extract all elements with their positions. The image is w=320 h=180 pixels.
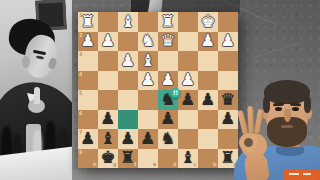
black-pawn-e7[interactable]: ♟ [138, 129, 158, 149]
white-pawn-c4[interactable]: ♟ [178, 71, 198, 91]
square-a5[interactable]: ♛ [218, 90, 238, 110]
black-pawn-g6[interactable]: ♟ [98, 110, 118, 130]
shirt-graphic-mark [303, 173, 311, 175]
white-pawn-b2[interactable]: ♟ [198, 32, 218, 52]
presenter-eye [292, 107, 299, 111]
square-g5[interactable] [98, 90, 118, 110]
square-d3[interactable] [158, 51, 178, 71]
square-a2[interactable]: ♟ [218, 32, 238, 52]
square-h5[interactable]: 5 [78, 90, 98, 110]
black-king-g8[interactable]: ♚ [98, 149, 118, 169]
white-bishop-e3[interactable]: ♝ [138, 51, 158, 71]
square-f2[interactable] [118, 32, 138, 52]
black-pawn-b5[interactable]: ♟ [198, 90, 218, 110]
square-c8[interactable]: c♝ [178, 149, 198, 169]
square-a3[interactable] [218, 51, 238, 71]
square-e4[interactable]: ♟ [138, 71, 158, 91]
square-f1[interactable]: ♝ [118, 12, 138, 32]
square-e2[interactable]: ♞ [138, 32, 158, 52]
white-pawn-e4[interactable]: ♟ [138, 71, 158, 91]
square-b5[interactable]: ♟ [198, 90, 218, 110]
black-queen-a5[interactable]: ♛ [218, 90, 238, 110]
square-b1[interactable]: ♚ [198, 12, 218, 32]
square-a4[interactable] [218, 71, 238, 91]
square-e1[interactable] [138, 12, 158, 32]
presenter-ok-ring-gesture [239, 133, 258, 152]
brilliant-move-badge: !! [171, 88, 181, 98]
square-c1[interactable] [178, 12, 198, 32]
square-g2[interactable]: ♟ [98, 32, 118, 52]
square-d8[interactable]: d [158, 149, 178, 169]
square-a1[interactable] [218, 12, 238, 32]
player-nose [48, 57, 58, 70]
black-pawn-c5[interactable]: ♟ [178, 90, 198, 110]
square-e3[interactable]: ♝ [138, 51, 158, 71]
square-h2[interactable]: 2♟ [78, 32, 98, 52]
white-rook-d1[interactable]: ♜ [158, 12, 178, 32]
square-d5[interactable]: ♞!! [158, 90, 178, 110]
square-f6[interactable] [118, 110, 138, 130]
presenter-collar [276, 147, 304, 156]
presenter-hair-side [263, 96, 270, 113]
square-d7[interactable]: ♞ [158, 129, 178, 149]
square-f4[interactable] [118, 71, 138, 91]
square-c7[interactable] [178, 129, 198, 149]
square-f8[interactable]: f♜ [118, 149, 138, 169]
black-pawn-a6[interactable]: ♟ [218, 110, 238, 130]
square-g6[interactable]: ♟ [98, 110, 118, 130]
square-f3[interactable]: ♟ [118, 51, 138, 71]
black-knight-d7[interactable]: ♞ [158, 129, 178, 149]
coord-rank-8: 8 [79, 150, 82, 155]
square-d2[interactable]: ♛ [158, 32, 178, 52]
white-king-b1[interactable]: ♚ [198, 12, 218, 32]
square-d1[interactable]: ♜ [158, 12, 178, 32]
square-c3[interactable] [178, 51, 198, 71]
coord-file-b: b [213, 162, 217, 167]
coord-rank-4: 4 [79, 72, 82, 77]
white-bishop-f1[interactable]: ♝ [118, 12, 138, 32]
square-b2[interactable]: ♟ [198, 32, 218, 52]
white-pawn-a2[interactable]: ♟ [218, 32, 238, 52]
square-b3[interactable] [198, 51, 218, 71]
square-c4[interactable]: ♟ [178, 71, 198, 91]
coord-file-h: h [93, 162, 97, 167]
square-e7[interactable]: ♟ [138, 129, 158, 149]
chess-board: 1♜♝♜♚2♟♟♞♛♟♟3♟♝4♟♟♟5♞!!♟♟♛6♟♟♟7♟♝♟♟♞8hg♚… [78, 12, 238, 168]
shirt-graphic-mark [289, 173, 299, 175]
square-c5[interactable]: ♟ [178, 90, 198, 110]
white-rook-h1[interactable]: ♜ [78, 12, 98, 32]
square-e5[interactable] [138, 90, 158, 110]
square-b4[interactable] [198, 71, 218, 91]
white-queen-d2[interactable]: ♛ [158, 32, 178, 52]
player-ear [22, 56, 30, 68]
presenter-shirt-graphic [283, 170, 320, 180]
square-b7[interactable] [198, 129, 218, 149]
square-g1[interactable] [98, 12, 118, 32]
white-pawn-h2[interactable]: ♟ [78, 32, 98, 52]
square-c6[interactable] [178, 110, 198, 130]
white-pawn-g2[interactable]: ♟ [98, 32, 118, 52]
square-g4[interactable] [98, 71, 118, 91]
black-bishop-g7[interactable]: ♝ [98, 129, 118, 149]
square-f7[interactable]: ♟ [118, 129, 138, 149]
presenter-hair-side [304, 96, 311, 113]
held-chess-piece [34, 87, 40, 104]
black-pawn-h7[interactable]: ♟ [78, 129, 98, 149]
coord-rank-6: 6 [79, 111, 82, 116]
square-e8[interactable]: e [138, 149, 158, 169]
square-h1[interactable]: 1♜ [78, 12, 98, 32]
presenter-nose [284, 109, 291, 122]
left-player-photo [0, 0, 72, 180]
square-g7[interactable]: ♝ [98, 129, 118, 149]
white-pawn-f3[interactable]: ♟ [118, 51, 138, 71]
thumbnail-scene: 1♜♝♜♚2♟♟♞♛♟♟3♟♝4♟♟♟5♞!!♟♟♛6♟♟♟7♟♝♟♟♞8hg♚… [0, 0, 320, 180]
coord-rank-5: 5 [79, 91, 82, 96]
square-f5[interactable] [118, 90, 138, 110]
coord-file-e: e [153, 162, 156, 167]
coord-file-d: d [173, 162, 177, 167]
black-pawn-f7[interactable]: ♟ [118, 129, 138, 149]
square-h8[interactable]: 8h [78, 149, 98, 169]
square-b6[interactable] [198, 110, 218, 130]
square-e6[interactable] [138, 110, 158, 130]
square-g3[interactable] [98, 51, 118, 71]
square-d6[interactable]: ♟ [158, 110, 178, 130]
black-rook-f8[interactable]: ♜ [118, 149, 138, 169]
white-knight-e2[interactable]: ♞ [138, 32, 158, 52]
square-a6[interactable]: ♟ [218, 110, 238, 130]
black-bishop-c8[interactable]: ♝ [178, 149, 198, 169]
square-c2[interactable] [178, 32, 198, 52]
square-h4[interactable]: 4 [78, 71, 98, 91]
presenter-mouth [281, 125, 293, 128]
square-h3[interactable]: 3 [78, 51, 98, 71]
coord-rank-3: 3 [79, 52, 82, 57]
presenter-eye [275, 107, 282, 111]
square-a7[interactable] [218, 129, 238, 149]
square-b8[interactable]: b [198, 149, 218, 169]
black-pawn-d6[interactable]: ♟ [158, 110, 178, 130]
square-g8[interactable]: g♚ [98, 149, 118, 169]
square-h6[interactable]: 6 [78, 110, 98, 130]
square-h7[interactable]: 7♟ [78, 129, 98, 149]
